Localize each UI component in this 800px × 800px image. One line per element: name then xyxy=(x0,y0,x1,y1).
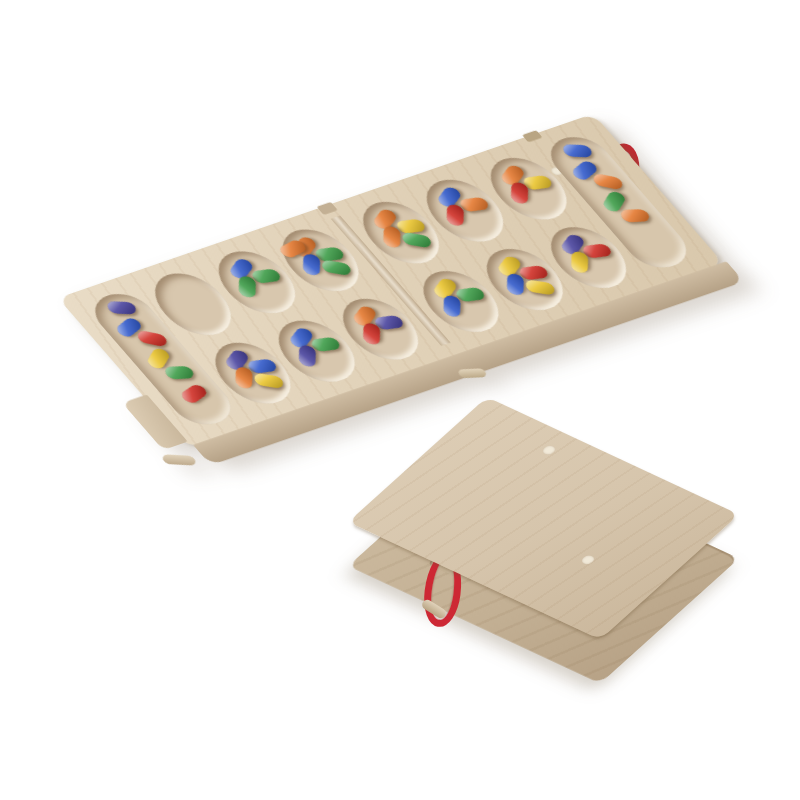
piece-blue[interactable] xyxy=(303,253,320,277)
product-photo-scene xyxy=(0,0,800,800)
piece-red[interactable] xyxy=(363,322,380,346)
hinge-pin xyxy=(457,368,488,378)
piece-purple[interactable] xyxy=(106,302,137,315)
piece-yellow[interactable] xyxy=(571,250,588,274)
piece-orange[interactable] xyxy=(619,209,651,223)
piece-green[interactable] xyxy=(402,232,431,248)
piece-green[interactable] xyxy=(322,260,351,276)
piece-blue[interactable] xyxy=(562,145,593,158)
dowel-mark xyxy=(580,554,597,565)
piece-red[interactable] xyxy=(178,383,209,405)
piece-green[interactable] xyxy=(163,366,195,380)
piece-yellow[interactable] xyxy=(254,373,283,389)
piece-red[interactable] xyxy=(511,181,528,205)
dowel-mark xyxy=(541,445,558,456)
hinge-notch xyxy=(317,202,338,215)
piece-orange[interactable] xyxy=(594,173,623,191)
piece-red[interactable] xyxy=(138,330,167,348)
piece-yellow[interactable] xyxy=(526,279,555,295)
latch-peg[interactable] xyxy=(162,454,197,465)
mancala-open-board xyxy=(58,114,723,448)
